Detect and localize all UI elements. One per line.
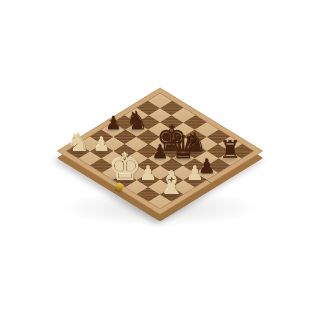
product-photo: ♞♟♚♟♝♟♟♞♚♛♟♞♟♜ (0, 0, 320, 320)
white-knight-a1[interactable]: ♞ (67, 129, 90, 155)
pieces-layer: ♞♟♚♟♝♟♟♞♚♛♟♞♟♜ (0, 0, 320, 320)
white-pawn-f2[interactable]: ♟ (139, 163, 157, 183)
white-king-e1[interactable]: ♚ (108, 148, 141, 185)
white-pawn-h4[interactable]: ♟ (186, 163, 204, 183)
white-bishop-h2[interactable]: ♝ (158, 168, 186, 199)
black-rook-h7[interactable]: ♜ (219, 138, 241, 162)
black-queen-f5[interactable]: ♛ (169, 131, 198, 163)
black-pawn-e4[interactable]: ♟ (151, 142, 168, 161)
black-pawn-a4[interactable]: ♟ (105, 114, 121, 132)
black-knight-b5[interactable]: ♞ (125, 108, 147, 133)
